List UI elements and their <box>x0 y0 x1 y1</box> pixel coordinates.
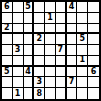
sudoku-cell-r6c2[interactable] <box>13 56 24 67</box>
sudoku-cell-r9c5[interactable] <box>45 88 56 99</box>
sudoku-cell-r3c8[interactable] <box>77 24 88 35</box>
sudoku-cell-r2c8[interactable] <box>77 13 88 24</box>
sudoku-cell-r1c2[interactable] <box>13 2 24 13</box>
sudoku-cell-r1c3[interactable]: 5 <box>24 2 35 13</box>
sudoku-cell-r5c4[interactable] <box>34 45 45 56</box>
sudoku-cell-r4c8[interactable]: 5 <box>77 34 88 45</box>
sudoku-cell-r1c7[interactable]: 4 <box>67 2 78 13</box>
sudoku-cell-r7c5[interactable] <box>45 67 56 78</box>
sudoku-cell-r7c9[interactable]: 6 <box>88 67 99 78</box>
sudoku-cell-r1c4[interactable] <box>34 2 45 13</box>
sudoku-cell-r8c6[interactable] <box>56 77 67 88</box>
sudoku-cell-r2c3[interactable] <box>24 13 35 24</box>
sudoku-cell-r1c5[interactable] <box>45 2 56 13</box>
sudoku-cell-r8c1[interactable] <box>2 77 13 88</box>
sudoku-cell-r4c9[interactable] <box>88 34 99 45</box>
sudoku-cell-r8c8[interactable] <box>77 77 88 88</box>
sudoku-cell-r3c1[interactable]: 2 <box>2 24 13 35</box>
sudoku-cell-r3c9[interactable] <box>88 24 99 35</box>
sudoku-cell-r6c5[interactable] <box>45 56 56 67</box>
sudoku-cell-r8c4[interactable]: 3 <box>34 77 45 88</box>
sudoku-cell-r5c8[interactable] <box>77 45 88 56</box>
sudoku-cell-r3c4[interactable] <box>34 24 45 35</box>
sudoku-cell-r3c7[interactable] <box>67 24 78 35</box>
sudoku-cell-r6c1[interactable] <box>2 56 13 67</box>
sudoku-cell-r9c6[interactable] <box>56 88 67 99</box>
sudoku-cell-r5c2[interactable]: 3 <box>13 45 24 56</box>
sudoku-cell-r9c2[interactable]: 1 <box>13 88 24 99</box>
sudoku-cell-r9c7[interactable] <box>67 88 78 99</box>
sudoku-cell-r1c6[interactable] <box>56 2 67 13</box>
sudoku-cell-r9c1[interactable] <box>2 88 13 99</box>
sudoku-cell-r4c3[interactable] <box>24 34 35 45</box>
sudoku-cell-r6c6[interactable] <box>56 56 67 67</box>
sudoku-cell-r3c3[interactable] <box>24 24 35 35</box>
sudoku-cell-r6c4[interactable] <box>34 56 45 67</box>
sudoku-cell-r7c8[interactable] <box>77 67 88 78</box>
sudoku-cell-r8c2[interactable] <box>13 77 24 88</box>
sudoku-cell-r3c6[interactable] <box>56 24 67 35</box>
sudoku-cell-r7c2[interactable] <box>13 67 24 78</box>
sudoku-cell-r9c9[interactable] <box>88 88 99 99</box>
sudoku-cell-r5c3[interactable] <box>24 45 35 56</box>
sudoku-cell-r5c5[interactable] <box>45 45 56 56</box>
sudoku-cell-r3c5[interactable] <box>45 24 56 35</box>
sudoku-cell-r9c3[interactable] <box>24 88 35 99</box>
sudoku-cell-r4c7[interactable] <box>67 34 78 45</box>
sudoku-cell-r4c6[interactable] <box>56 34 67 45</box>
sudoku-cell-r5c9[interactable] <box>88 45 99 56</box>
sudoku-cell-r6c3[interactable] <box>24 56 35 67</box>
sudoku-cell-r8c7[interactable]: 7 <box>67 77 78 88</box>
sudoku-cell-r7c3[interactable]: 4 <box>24 67 35 78</box>
sudoku-cell-r5c1[interactable] <box>2 45 13 56</box>
sudoku-cell-r6c9[interactable] <box>88 56 99 67</box>
sudoku-cell-r4c2[interactable] <box>13 34 24 45</box>
sudoku-cell-r2c9[interactable] <box>88 13 99 24</box>
sudoku-cell-r4c1[interactable] <box>2 34 13 45</box>
sudoku-cell-r4c5[interactable] <box>45 34 56 45</box>
sudoku-cell-r2c1[interactable] <box>2 13 13 24</box>
sudoku-cell-r1c9[interactable] <box>88 2 99 13</box>
sudoku-board: 65412253715463718 <box>0 0 101 101</box>
sudoku-cell-r6c7[interactable] <box>67 56 78 67</box>
sudoku-cell-r5c7[interactable] <box>67 45 78 56</box>
sudoku-cell-r2c7[interactable] <box>67 13 78 24</box>
sudoku-cell-r1c1[interactable]: 6 <box>2 2 13 13</box>
sudoku-cell-r9c4[interactable]: 8 <box>34 88 45 99</box>
sudoku-cell-r2c5[interactable]: 1 <box>45 13 56 24</box>
sudoku-cell-r8c5[interactable] <box>45 77 56 88</box>
sudoku-cell-r7c1[interactable]: 5 <box>2 67 13 78</box>
sudoku-cell-r6c8[interactable]: 1 <box>77 56 88 67</box>
sudoku-cell-r5c6[interactable]: 7 <box>56 45 67 56</box>
sudoku-cell-r3c2[interactable] <box>13 24 24 35</box>
sudoku-cell-r2c2[interactable] <box>13 13 24 24</box>
sudoku-cell-r8c3[interactable] <box>24 77 35 88</box>
sudoku-cell-r7c4[interactable] <box>34 67 45 78</box>
sudoku-cell-r7c7[interactable] <box>67 67 78 78</box>
sudoku-cell-r4c4[interactable]: 2 <box>34 34 45 45</box>
sudoku-cell-r2c4[interactable] <box>34 13 45 24</box>
sudoku-cell-r9c8[interactable] <box>77 88 88 99</box>
sudoku-cell-r2c6[interactable] <box>56 13 67 24</box>
sudoku-cell-r8c9[interactable] <box>88 77 99 88</box>
sudoku-cell-r7c6[interactable] <box>56 67 67 78</box>
sudoku-cell-r1c8[interactable] <box>77 2 88 13</box>
